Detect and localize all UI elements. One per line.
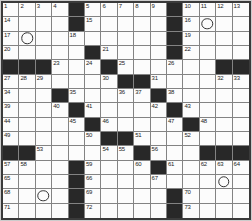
crossword-cell[interactable]: 10 [183,3,199,17]
black-square [101,132,117,146]
black-square [134,146,150,160]
crossword-cell[interactable]: 8 [134,3,150,17]
black-square [167,103,183,117]
crossword-cell[interactable] [19,46,35,60]
crossword-cell[interactable] [36,189,52,203]
crossword-cell[interactable] [52,189,68,203]
crossword-cell[interactable]: 6 [101,3,117,17]
crossword-cell[interactable] [233,103,249,117]
black-square [216,60,232,74]
crossword-cell[interactable] [52,146,68,160]
crossword-cell[interactable] [134,204,150,218]
crossword-cell[interactable] [134,118,150,132]
black-square [52,89,68,103]
circle-marker [21,33,33,45]
clue-number: 48 [201,118,207,125]
clue-number: 21 [102,46,108,53]
crossword-cell[interactable] [36,46,52,60]
black-square [69,103,85,117]
crossword-cell[interactable]: 47 [167,118,183,132]
crossword-cell[interactable]: 54 [101,146,117,160]
crossword-cell[interactable] [118,161,134,175]
crossword-cell[interactable] [85,32,101,46]
crossword-cell[interactable] [69,146,85,160]
crossword-cell[interactable]: 30 [101,75,117,89]
crossword-cell[interactable] [200,46,216,60]
crossword-cell[interactable] [233,46,249,60]
crossword-cell[interactable] [101,189,117,203]
clue-number: 28 [20,75,26,82]
crossword-cell[interactable] [118,204,134,218]
crossword-cell[interactable] [52,161,68,175]
crossword-cell[interactable]: 21 [101,46,117,60]
black-square [134,75,150,89]
crossword-cell[interactable] [167,75,183,89]
crossword-cell[interactable]: 60 [134,161,150,175]
crossword-cell[interactable]: 19 [183,32,199,46]
crossword-cell[interactable]: 38 [167,89,183,103]
crossword-cell[interactable]: 56 [151,146,167,160]
black-square [69,175,85,189]
crossword-cell[interactable]: 59 [85,161,101,175]
crossword-cell[interactable]: 13 [233,3,249,17]
crossword-cell[interactable] [134,103,150,117]
crossword-board: 1234567891011121314151617181920212223242… [1,1,251,220]
crossword-cell[interactable] [216,32,232,46]
crossword-cell[interactable]: 5 [85,3,101,17]
clue-number: 49 [4,132,10,139]
black-square [36,60,52,74]
crossword-cell[interactable] [216,132,232,146]
crossword-cell[interactable] [134,32,150,46]
crossword-cell[interactable] [52,46,68,60]
crossword-cell[interactable]: 4 [52,3,68,17]
crossword-cell[interactable]: 20 [3,46,19,60]
crossword-cell[interactable]: 16 [183,17,199,31]
crossword-cell[interactable] [19,103,35,117]
black-square [167,17,183,31]
crossword-cell[interactable]: 57 [3,161,19,175]
clue-number: 43 [184,103,190,110]
clue-number: 58 [20,161,26,168]
crossword-cell[interactable] [36,89,52,103]
crossword-cell[interactable] [36,204,52,218]
black-square [69,161,85,175]
clue-number: 51 [135,132,141,139]
crossword-cell[interactable] [85,146,101,160]
crossword-cell[interactable] [167,175,183,189]
crossword-cell[interactable]: 52 [183,132,199,146]
crossword-cell[interactable] [101,204,117,218]
black-square [167,32,183,46]
clue-number: 37 [135,89,141,96]
clue-number: 54 [102,146,108,153]
clue-number: 18 [70,32,76,39]
crossword-cell[interactable]: 27 [3,75,19,89]
black-square [167,204,183,218]
crossword-cell[interactable] [36,175,52,189]
clue-number: 62 [201,161,207,168]
crossword-cell[interactable] [233,32,249,46]
clue-number: 61 [168,161,174,168]
clue-number: 7 [119,3,122,10]
crossword-cell[interactable] [118,46,134,60]
crossword-cell[interactable] [19,175,35,189]
clue-number: 36 [119,89,125,96]
crossword-cell[interactable]: 18 [69,32,85,46]
clue-number: 1 [4,3,7,10]
black-square [69,189,85,203]
crossword-cell[interactable] [134,60,150,74]
clue-number: 71 [4,204,10,211]
black-square [3,60,19,74]
clue-number: 64 [234,161,240,168]
clue-number: 50 [86,132,92,139]
crossword-cell[interactable] [134,175,150,189]
crossword-cell[interactable] [36,17,52,31]
black-square [19,60,35,74]
crossword-cell[interactable]: 12 [216,3,232,17]
crossword-cell[interactable] [216,204,232,218]
crossword-cell[interactable]: 49 [3,132,19,146]
crossword-cell[interactable] [151,32,167,46]
black-square [118,132,134,146]
crossword-cell[interactable]: 28 [19,75,35,89]
crossword-cell[interactable] [200,89,216,103]
clue-number: 27 [4,75,10,82]
clue-number: 20 [4,46,10,53]
crossword-cell[interactable]: 33 [233,75,249,89]
crossword-cell[interactable] [118,103,134,117]
crossword-cell[interactable]: 70 [183,189,199,203]
crossword-cell[interactable] [183,175,199,189]
clue-number: 32 [217,75,223,82]
crossword-cell[interactable] [200,17,216,31]
clue-number: 70 [184,189,190,196]
crossword-cell[interactable] [151,60,167,74]
clue-number: 9 [152,3,155,10]
black-square [19,146,35,160]
crossword-cell[interactable] [101,103,117,117]
clue-number: 14 [4,17,10,24]
crossword-cell[interactable]: 53 [36,146,52,160]
crossword-cell[interactable] [200,32,216,46]
crossword-cell[interactable]: 64 [233,161,249,175]
crossword-cell[interactable] [134,17,150,31]
black-square [69,3,85,17]
black-square [118,75,134,89]
clue-number: 66 [86,175,92,182]
crossword-cell[interactable]: 39 [3,103,19,117]
clue-number: 26 [168,60,174,67]
crossword-cell[interactable] [52,118,68,132]
clue-number: 39 [4,103,10,110]
crossword-cell[interactable] [151,17,167,31]
crossword-cell[interactable]: 1 [3,3,19,17]
black-square [151,161,167,175]
clue-number: 63 [217,161,223,168]
crossword-cell[interactable] [52,204,68,218]
crossword-cell[interactable] [183,161,199,175]
crossword-cell[interactable] [216,89,232,103]
black-square [69,17,85,31]
crossword-cell[interactable] [19,89,35,103]
crossword-cell[interactable] [134,46,150,60]
crossword-cell[interactable]: 48 [200,118,216,132]
clue-number: 72 [86,204,92,211]
crossword-cell[interactable] [36,132,52,146]
black-square [69,204,85,218]
crossword-cell[interactable] [52,32,68,46]
clue-number: 42 [152,103,158,110]
black-square [151,89,167,103]
crossword-cell[interactable] [200,175,216,189]
crossword-cell[interactable]: 23 [52,60,68,74]
crossword-cell[interactable] [200,60,216,74]
black-square [85,46,101,60]
black-square [85,118,101,132]
black-square [233,146,249,160]
clue-number: 5 [86,3,89,10]
clue-number: 33 [234,75,240,82]
crossword-cell[interactable]: 24 [85,60,101,74]
crossword-cell[interactable] [200,103,216,117]
black-square [3,146,19,160]
clue-number: 59 [86,161,92,168]
crossword-cell[interactable]: 9 [151,3,167,17]
clue-number: 11 [201,3,207,10]
crossword-cell[interactable]: 3 [36,3,52,17]
crossword-cell[interactable] [19,118,35,132]
crossword-cell[interactable]: 35 [69,89,85,103]
crossword-cell[interactable]: 55 [118,146,134,160]
crossword-cell[interactable] [52,175,68,189]
circle-marker [202,18,214,30]
clue-number: 57 [4,161,10,168]
crossword-cell[interactable] [118,175,134,189]
crossword-cell[interactable]: 71 [3,204,19,218]
crossword-cell[interactable] [167,146,183,160]
crossword-cell[interactable]: 34 [3,89,19,103]
crossword-cell[interactable]: 61 [167,161,183,175]
crossword-cell[interactable] [151,118,167,132]
crossword-cell[interactable]: 36 [118,89,134,103]
crossword-cell[interactable]: 51 [134,132,150,146]
crossword-cell[interactable] [151,46,167,60]
crossword-cell[interactable]: 26 [167,60,183,74]
crossword-cell[interactable] [118,118,134,132]
crossword-cell[interactable] [52,75,68,89]
crossword-cell[interactable] [183,75,199,89]
crossword-cell[interactable]: 46 [101,118,117,132]
crossword-cell[interactable] [233,89,249,103]
clue-number: 46 [102,118,108,125]
crossword-cell[interactable]: 43 [183,103,199,117]
crossword-cell[interactable]: 68 [3,189,19,203]
crossword-cell[interactable]: 25 [118,60,134,74]
crossword-cell[interactable]: 14 [3,17,19,31]
crossword-cell[interactable] [200,75,216,89]
crossword-cell[interactable] [85,75,101,89]
crossword-cell[interactable] [69,60,85,74]
crossword-cell[interactable] [233,118,249,132]
clue-number: 67 [152,175,158,182]
crossword-cell[interactable] [216,17,232,31]
crossword-cell[interactable] [233,204,249,218]
clue-number: 4 [53,3,56,10]
crossword-cell[interactable]: 15 [85,17,101,31]
clue-number: 45 [70,118,76,125]
crossword-cell[interactable]: 72 [85,204,101,218]
crossword-cell[interactable] [200,189,216,203]
clue-number: 22 [184,46,190,53]
clue-number: 69 [86,189,92,196]
crossword-cell[interactable] [216,118,232,132]
clue-number: 30 [102,75,108,82]
crossword-cell[interactable] [200,132,216,146]
circle-marker [218,176,230,188]
crossword-cell[interactable] [200,204,216,218]
crossword-cell[interactable]: 37 [134,89,150,103]
crossword-cell[interactable]: 7 [118,3,134,17]
crossword-cell[interactable] [183,89,199,103]
black-square [183,118,199,132]
clue-number: 8 [135,3,138,10]
clue-number: 60 [135,161,141,168]
crossword-cell[interactable] [19,32,35,46]
crossword-cell[interactable]: 29 [36,75,52,89]
crossword-cell[interactable] [69,132,85,146]
crossword-cell[interactable]: 42 [151,103,167,117]
clue-number: 12 [217,3,223,10]
clue-number: 68 [4,189,10,196]
crossword-cell[interactable]: 40 [52,103,68,117]
crossword-cell[interactable] [19,189,35,203]
clue-number: 73 [184,204,190,211]
crossword-cell[interactable]: 41 [85,103,101,117]
crossword-cell[interactable] [216,103,232,117]
crossword-cell[interactable]: 62 [200,161,216,175]
black-square [167,46,183,60]
black-square [216,146,232,160]
clue-number: 10 [184,3,190,10]
crossword-cell[interactable] [167,132,183,146]
crossword-cell[interactable] [101,89,117,103]
crossword-cell[interactable] [52,17,68,31]
clue-number: 35 [70,89,76,96]
clue-number: 47 [168,118,174,125]
crossword-cell[interactable] [134,189,150,203]
clue-number: 16 [184,17,190,24]
clue-number: 2 [20,3,23,10]
circle-marker [38,190,50,202]
clue-number: 17 [4,32,10,39]
clue-number: 44 [4,118,10,125]
clue-number: 29 [37,75,43,82]
crossword-cell[interactable] [183,146,199,160]
crossword-cell[interactable]: 44 [3,118,19,132]
crossword-cell[interactable] [233,189,249,203]
crossword-cell[interactable] [36,103,52,117]
crossword-cell[interactable]: 65 [3,175,19,189]
crossword-cell[interactable] [216,46,232,60]
crossword-cell[interactable] [36,32,52,46]
crossword-cell[interactable] [52,132,68,146]
black-square [167,189,183,203]
crossword-cell[interactable] [151,189,167,203]
crossword-cell[interactable]: 58 [19,161,35,175]
crossword-cell[interactable]: 67 [151,175,167,189]
crossword-cell[interactable] [216,175,232,189]
black-square [233,60,249,74]
clue-number: 24 [86,60,92,67]
crossword-cell[interactable] [216,189,232,203]
crossword-cell[interactable]: 11 [200,3,216,17]
clue-number: 34 [4,89,10,96]
crossword-cell[interactable]: 2 [19,3,35,17]
clue-number: 23 [53,60,59,67]
black-square [200,146,216,160]
clue-number: 55 [119,146,125,153]
clue-number: 65 [4,175,10,182]
crossword-cell[interactable] [233,175,249,189]
black-square [167,3,183,17]
clue-number: 13 [234,3,240,10]
crossword-cell[interactable]: 50 [85,132,101,146]
crossword-cell[interactable] [118,189,134,203]
clue-number: 6 [102,3,105,10]
crossword-cell[interactable] [69,46,85,60]
crossword-cell[interactable] [101,161,117,175]
crossword-cell[interactable] [101,17,117,31]
crossword-cell[interactable] [118,32,134,46]
crossword-cell[interactable]: 17 [3,32,19,46]
crossword-cell[interactable]: 69 [85,189,101,203]
crossword-cell[interactable]: 73 [183,204,199,218]
clue-number: 3 [37,3,40,10]
crossword-cell[interactable] [101,32,117,46]
crossword-cell[interactable]: 31 [151,75,167,89]
crossword-cell[interactable] [19,17,35,31]
crossword-cell[interactable]: 66 [85,175,101,189]
crossword-cell[interactable] [19,132,35,146]
clue-number: 19 [184,32,190,39]
crossword-cell[interactable] [36,118,52,132]
black-square [101,60,117,74]
crossword-cell[interactable]: 63 [216,161,232,175]
crossword-cell[interactable] [19,204,35,218]
clue-number: 31 [152,75,158,82]
crossword-cell[interactable] [101,175,117,189]
crossword-cell[interactable] [183,60,199,74]
clue-number: 52 [184,132,190,139]
crossword-cell[interactable] [151,132,167,146]
clue-number: 25 [119,60,125,67]
crossword-cell[interactable] [118,17,134,31]
crossword-cell[interactable]: 32 [216,75,232,89]
crossword-cell[interactable] [233,132,249,146]
crossword-cell[interactable] [233,17,249,31]
clue-number: 56 [152,146,158,153]
crossword-cell[interactable] [85,89,101,103]
crossword-cell[interactable] [36,161,52,175]
crossword-cell[interactable]: 22 [183,46,199,60]
crossword-cell[interactable]: 45 [69,118,85,132]
crossword-cell[interactable] [151,204,167,218]
clue-number: 53 [37,146,43,153]
crossword-cell[interactable] [69,75,85,89]
clue-number: 40 [53,103,59,110]
